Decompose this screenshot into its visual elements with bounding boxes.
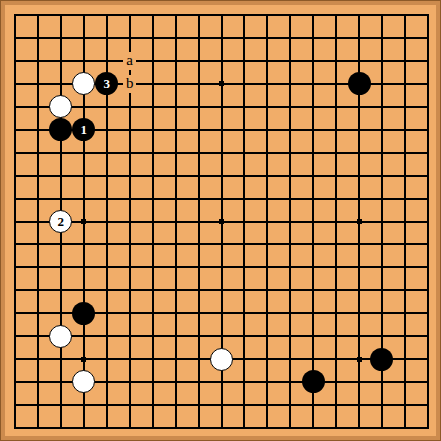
point-label-b: b xyxy=(123,75,136,93)
board-intersections: 312ab xyxy=(4,4,440,440)
black-stone-move-3: 3 xyxy=(95,72,118,95)
point-label-a: a xyxy=(123,52,136,70)
white-stone xyxy=(72,72,95,95)
white-stone xyxy=(49,325,72,348)
black-stone xyxy=(49,118,72,141)
black-stone xyxy=(302,370,325,393)
white-stone xyxy=(72,370,95,393)
white-stone xyxy=(49,95,72,118)
black-stone xyxy=(348,72,371,95)
white-stone-move-2: 2 xyxy=(49,210,72,233)
white-stone xyxy=(210,348,233,371)
black-stone xyxy=(72,302,95,325)
black-stone xyxy=(370,348,393,371)
go-board: 312ab xyxy=(0,0,441,441)
black-stone-move-1: 1 xyxy=(72,118,95,141)
